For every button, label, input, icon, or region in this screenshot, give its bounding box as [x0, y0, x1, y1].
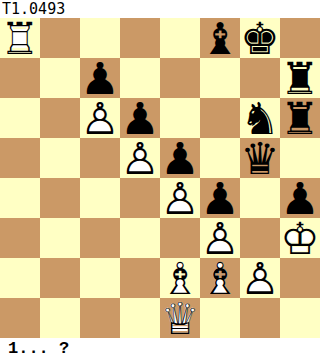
square-a2[interactable] [0, 258, 40, 298]
square-h1[interactable] [280, 298, 320, 338]
square-c6[interactable]: ♟♙ [80, 98, 120, 138]
white-king-fill: ♚ [280, 218, 320, 258]
chess-board: ♜♖♝♚♟♜♟♙♟♞♜♟♙♟♛♟♙♟♟♟♙♚♔♝♗♝♗♟♙♛♕ [0, 18, 320, 338]
square-h4[interactable]: ♟ [280, 178, 320, 218]
square-a7[interactable] [0, 58, 40, 98]
square-d4[interactable] [120, 178, 160, 218]
square-f2[interactable]: ♝♗ [200, 258, 240, 298]
square-g6[interactable]: ♞ [240, 98, 280, 138]
white-pawn-fill: ♟ [160, 178, 200, 218]
square-h7[interactable]: ♜ [280, 58, 320, 98]
square-c5[interactable] [80, 138, 120, 178]
move-prompt: 1... ? [0, 338, 320, 360]
white-queen-fill: ♛ [160, 298, 200, 338]
black-pawn: ♟ [80, 58, 120, 98]
chess-puzzle-window: T1.0493 ♜♖♝♚♟♜♟♙♟♞♜♟♙♟♛♟♙♟♟♟♙♚♔♝♗♝♗♟♙♛♕ … [0, 0, 320, 360]
square-f4[interactable]: ♟ [200, 178, 240, 218]
white-pawn: ♙ [160, 178, 200, 218]
square-f7[interactable] [200, 58, 240, 98]
square-e6[interactable] [160, 98, 200, 138]
square-h3[interactable]: ♚♔ [280, 218, 320, 258]
white-queen: ♕ [160, 298, 200, 338]
square-a4[interactable] [0, 178, 40, 218]
square-d1[interactable] [120, 298, 160, 338]
square-b7[interactable] [40, 58, 80, 98]
black-bishop: ♝ [200, 18, 240, 58]
square-e1[interactable]: ♛♕ [160, 298, 200, 338]
white-bishop-fill: ♝ [160, 258, 200, 298]
square-a3[interactable] [0, 218, 40, 258]
square-e5[interactable]: ♟ [160, 138, 200, 178]
square-e2[interactable]: ♝♗ [160, 258, 200, 298]
black-pawn: ♟ [280, 178, 320, 218]
square-f3[interactable]: ♟♙ [200, 218, 240, 258]
square-b2[interactable] [40, 258, 80, 298]
square-a8[interactable]: ♜♖ [0, 18, 40, 58]
white-pawn: ♙ [80, 98, 120, 138]
square-b5[interactable] [40, 138, 80, 178]
black-pawn: ♟ [200, 178, 240, 218]
white-king: ♔ [280, 218, 320, 258]
square-g3[interactable] [240, 218, 280, 258]
black-king: ♚ [240, 18, 280, 58]
square-g4[interactable] [240, 178, 280, 218]
white-pawn-fill: ♟ [80, 98, 120, 138]
black-rook: ♜ [280, 58, 320, 98]
square-c1[interactable] [80, 298, 120, 338]
square-c7[interactable]: ♟ [80, 58, 120, 98]
square-g1[interactable] [240, 298, 280, 338]
black-queen: ♛ [240, 138, 280, 178]
black-pawn: ♟ [160, 138, 200, 178]
square-b8[interactable] [40, 18, 80, 58]
white-pawn: ♙ [240, 258, 280, 298]
square-h5[interactable] [280, 138, 320, 178]
white-bishop-fill: ♝ [200, 258, 240, 298]
square-a5[interactable] [0, 138, 40, 178]
square-d5[interactable]: ♟♙ [120, 138, 160, 178]
square-b4[interactable] [40, 178, 80, 218]
square-e3[interactable] [160, 218, 200, 258]
white-pawn: ♙ [120, 138, 160, 178]
white-bishop: ♗ [200, 258, 240, 298]
square-b6[interactable] [40, 98, 80, 138]
square-e8[interactable] [160, 18, 200, 58]
square-d7[interactable] [120, 58, 160, 98]
square-a1[interactable] [0, 298, 40, 338]
square-g8[interactable]: ♚ [240, 18, 280, 58]
square-e4[interactable]: ♟♙ [160, 178, 200, 218]
square-h8[interactable] [280, 18, 320, 58]
square-g7[interactable] [240, 58, 280, 98]
square-f1[interactable] [200, 298, 240, 338]
square-d6[interactable]: ♟ [120, 98, 160, 138]
white-rook-fill: ♜ [0, 18, 40, 58]
square-e7[interactable] [160, 58, 200, 98]
square-c2[interactable] [80, 258, 120, 298]
white-pawn: ♙ [200, 218, 240, 258]
white-bishop: ♗ [160, 258, 200, 298]
white-pawn-fill: ♟ [240, 258, 280, 298]
square-d2[interactable] [120, 258, 160, 298]
black-rook: ♜ [280, 98, 320, 138]
square-b3[interactable] [40, 218, 80, 258]
square-g2[interactable]: ♟♙ [240, 258, 280, 298]
black-pawn: ♟ [120, 98, 160, 138]
white-pawn-fill: ♟ [200, 218, 240, 258]
square-f8[interactable]: ♝ [200, 18, 240, 58]
white-pawn-fill: ♟ [120, 138, 160, 178]
square-c8[interactable] [80, 18, 120, 58]
square-c4[interactable] [80, 178, 120, 218]
square-c3[interactable] [80, 218, 120, 258]
square-b1[interactable] [40, 298, 80, 338]
square-d8[interactable] [120, 18, 160, 58]
square-f6[interactable] [200, 98, 240, 138]
black-knight: ♞ [240, 98, 280, 138]
square-a6[interactable] [0, 98, 40, 138]
square-d3[interactable] [120, 218, 160, 258]
puzzle-id-label: T1.0493 [0, 0, 320, 18]
square-f5[interactable] [200, 138, 240, 178]
square-h6[interactable]: ♜ [280, 98, 320, 138]
square-h2[interactable] [280, 258, 320, 298]
white-rook: ♖ [0, 18, 40, 58]
square-g5[interactable]: ♛ [240, 138, 280, 178]
